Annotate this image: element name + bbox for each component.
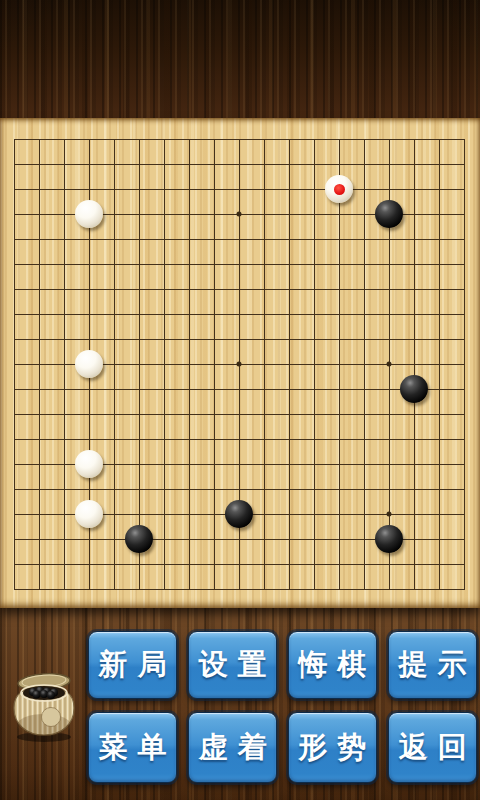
last-move-marker [334,184,345,195]
undo-button[interactable]: 悔棋 [288,631,377,699]
black-stone [125,525,153,553]
undo-label: 悔棋 [299,645,377,685]
white-stone [75,200,103,228]
menu-label: 菜单 [99,728,177,768]
pass-label: 虚着 [199,728,277,768]
white-stone [75,500,103,528]
back-label: 返回 [399,728,477,768]
white-stone [75,450,103,478]
estimate-button[interactable]: 形势 [288,712,377,783]
estimate-label: 形势 [299,728,377,768]
hint-label: 提示 [399,645,477,685]
button-row-2: 菜单 虚着 形势 返回 [88,712,477,783]
black-stone [375,525,403,553]
pass-button[interactable]: 虚着 [188,712,277,783]
hint-button[interactable]: 提示 [388,631,477,699]
settings-button[interactable]: 设置 [188,631,277,699]
app-screen: 新局 设置 悔棋 提示 菜单 虚着 形势 返回 [0,0,480,800]
new-game-label: 新局 [99,645,177,685]
settings-label: 设置 [199,645,277,685]
black-stone [225,500,253,528]
black-stone [375,200,403,228]
new-game-button[interactable]: 新局 [88,631,177,699]
star-point [237,362,242,367]
white-stone [75,350,103,378]
star-point [387,362,392,367]
white-stone [325,175,353,203]
star-point [237,212,242,217]
go-stone-bowl-icon [9,668,81,744]
black-stone [400,375,428,403]
back-button[interactable]: 返回 [388,712,477,783]
board-grid[interactable] [14,139,465,590]
go-board[interactable] [0,118,480,608]
menu-button[interactable]: 菜单 [88,712,177,783]
button-row-1: 新局 设置 悔棋 提示 [88,631,477,699]
star-point [387,512,392,517]
